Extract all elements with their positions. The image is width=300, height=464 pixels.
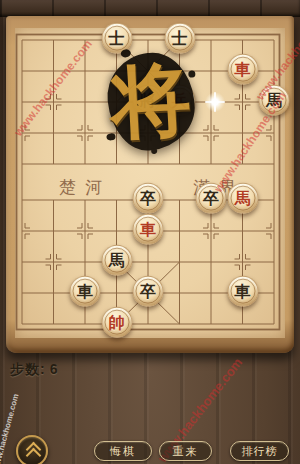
piece-black-馬[interactable]: 馬 bbox=[259, 85, 290, 116]
top-wood-plank bbox=[0, 0, 300, 17]
piece-black-車[interactable]: 車 bbox=[227, 276, 258, 307]
step-counter-value: 6 bbox=[50, 361, 59, 377]
piece-black-卒[interactable]: 卒 bbox=[133, 183, 164, 214]
piece-red-帥[interactable]: 帥 bbox=[101, 307, 132, 338]
piece-character: 車 bbox=[134, 215, 163, 244]
piece-character: 馬 bbox=[260, 86, 289, 115]
piece-black-車[interactable]: 車 bbox=[70, 276, 101, 307]
collapse-panel-button[interactable] bbox=[16, 435, 48, 464]
piece-character: 卒 bbox=[134, 184, 163, 213]
check-ink-splash: 将 bbox=[103, 49, 199, 154]
piece-character: 卒 bbox=[134, 277, 163, 306]
piece-black-卒[interactable]: 卒 bbox=[133, 276, 164, 307]
piece-character: 車 bbox=[228, 55, 257, 84]
piece-character: 馬 bbox=[228, 184, 257, 213]
move-origin-sparkle-icon bbox=[205, 92, 225, 112]
step-counter-label: 步数: bbox=[10, 361, 46, 377]
game-screen: 楚河 漢界 士士車將兵馬卒卒馬車馬車卒車帥 将 www.hackhome.com… bbox=[0, 0, 300, 464]
piece-character: 帥 bbox=[102, 308, 131, 337]
piece-red-馬[interactable]: 馬 bbox=[227, 183, 258, 214]
leaderboard-button[interactable]: 排行榜 bbox=[230, 441, 289, 461]
piece-character: 士 bbox=[165, 24, 194, 53]
piece-black-卒[interactable]: 卒 bbox=[196, 183, 227, 214]
check-character: 将 bbox=[109, 58, 193, 142]
piece-red-車[interactable]: 車 bbox=[227, 54, 258, 85]
piece-black-士[interactable]: 士 bbox=[164, 23, 195, 54]
undo-move-button[interactable]: 悔棋 bbox=[94, 441, 152, 461]
piece-black-馬[interactable]: 馬 bbox=[101, 245, 132, 276]
restart-button[interactable]: 重来 bbox=[159, 441, 212, 461]
piece-character: 車 bbox=[228, 277, 257, 306]
piece-red-車[interactable]: 車 bbox=[133, 214, 164, 245]
piece-character: 馬 bbox=[102, 246, 131, 275]
step-counter: 步数:6 bbox=[10, 361, 58, 379]
piece-character: 車 bbox=[71, 277, 100, 306]
river-label-chu: 楚河 bbox=[59, 176, 111, 199]
piece-character: 卒 bbox=[197, 184, 226, 213]
